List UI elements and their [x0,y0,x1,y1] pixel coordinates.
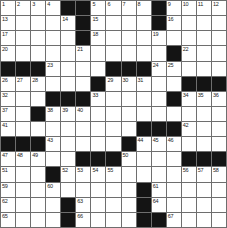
white-cell[interactable] [182,107,196,121]
clue-number: 42 [183,122,189,128]
white-cell[interactable] [122,213,136,227]
white-cell[interactable] [152,152,166,166]
clue-number: 2 [17,1,20,7]
white-cell[interactable]: 7 [122,1,136,15]
white-cell[interactable]: 60 [46,183,60,197]
white-cell[interactable] [76,137,90,151]
white-cell[interactable]: 9 [167,1,181,15]
white-cell[interactable] [106,122,120,136]
white-cell[interactable]: 56 [182,167,196,181]
white-cell[interactable] [182,16,196,30]
white-cell[interactable] [122,107,136,121]
white-cell[interactable]: 57 [197,167,211,181]
white-cell[interactable] [152,77,166,91]
clue-number: 7 [123,1,126,7]
clue-number: 17 [2,31,8,37]
white-cell[interactable] [46,198,60,212]
clue-number: 23 [47,62,53,68]
clue-number: 36 [213,92,219,98]
white-cell[interactable]: 20 [1,46,15,60]
white-cell[interactable] [197,16,211,30]
white-cell[interactable]: 39 [61,107,75,121]
white-cell[interactable] [167,152,181,166]
black-cell [76,16,90,30]
white-cell[interactable]: 21 [76,46,90,60]
white-cell[interactable] [31,122,45,136]
clue-number: 11 [198,1,203,7]
black-cell [106,152,120,166]
white-cell[interactable] [137,46,151,60]
black-cell [61,213,75,227]
white-cell[interactable] [61,31,75,45]
clue-number: 26 [2,77,8,83]
black-cell [197,152,211,166]
white-cell[interactable] [122,31,136,45]
white-cell[interactable] [197,183,211,197]
clue-number: 67 [168,213,174,219]
white-cell[interactable]: 19 [152,31,166,45]
clue-number: 65 [2,213,8,219]
black-cell [137,122,151,136]
white-cell[interactable]: 2 [16,1,30,15]
white-cell[interactable] [167,31,181,45]
white-cell[interactable]: 47 [1,152,15,166]
white-cell[interactable]: 45 [152,137,166,151]
white-cell[interactable] [197,137,211,151]
white-cell[interactable]: 67 [167,213,181,227]
white-cell[interactable]: 63 [76,198,90,212]
black-cell [152,1,166,15]
crossword-grid: 1234567891011121314151617181920212223242… [0,0,227,228]
white-cell[interactable] [167,107,181,121]
white-cell[interactable] [91,62,105,76]
white-cell[interactable] [152,46,166,60]
white-cell[interactable] [46,77,60,91]
white-cell[interactable]: 31 [137,77,151,91]
black-cell [76,92,90,106]
clue-number: 4 [47,1,50,7]
white-cell[interactable] [197,31,211,45]
white-cell[interactable] [61,122,75,136]
white-cell[interactable] [212,137,226,151]
white-cell[interactable] [31,167,45,181]
white-cell[interactable] [61,77,75,91]
white-cell[interactable] [197,122,211,136]
black-cell [91,152,105,166]
clue-number: 8 [138,1,141,7]
black-cell [167,122,181,136]
white-cell[interactable]: 46 [167,137,181,151]
clue-number: 53 [77,167,83,173]
clue-number: 6 [107,1,110,7]
white-cell[interactable] [182,62,196,76]
white-cell[interactable]: 26 [1,77,15,91]
white-cell[interactable] [137,31,151,45]
white-cell[interactable] [31,31,45,45]
white-cell[interactable]: 65 [1,213,15,227]
white-cell[interactable] [122,183,136,197]
clue-number: 59 [2,183,8,189]
white-cell[interactable] [152,107,166,121]
white-cell[interactable] [16,167,30,181]
white-cell[interactable]: 38 [46,107,60,121]
white-cell[interactable] [76,122,90,136]
clue-number: 46 [168,137,174,143]
clue-number: 24 [153,62,159,68]
clue-number: 60 [47,183,53,189]
white-cell[interactable] [76,62,90,76]
white-cell[interactable] [16,122,30,136]
white-cell[interactable]: 51 [1,167,15,181]
clue-number: 56 [183,167,189,173]
white-cell[interactable]: 23 [46,62,60,76]
white-cell[interactable]: 8 [137,1,151,15]
clue-number: 10 [183,1,189,7]
white-cell[interactable] [212,62,226,76]
white-cell[interactable] [91,183,105,197]
white-cell[interactable] [31,213,45,227]
white-cell[interactable]: 36 [212,92,226,106]
black-cell [46,92,60,106]
white-cell[interactable]: 3 [31,1,45,15]
clue-number: 64 [153,198,159,204]
black-cell [16,137,30,151]
white-cell[interactable] [91,107,105,121]
black-cell [152,213,166,227]
white-cell[interactable]: 25 [167,62,181,76]
white-cell[interactable] [182,31,196,45]
white-cell[interactable]: 15 [91,16,105,30]
clue-number: 62 [2,198,8,204]
white-cell[interactable]: 13 [1,16,15,30]
white-cell[interactable]: 58 [212,167,226,181]
white-cell[interactable] [31,92,45,106]
clue-number: 54 [92,167,98,173]
white-cell[interactable]: 5 [91,1,105,15]
white-cell[interactable] [167,198,181,212]
clue-number: 18 [92,31,98,37]
white-cell[interactable]: 49 [31,152,45,166]
clue-number: 30 [123,77,129,83]
white-cell[interactable]: 52 [61,167,75,181]
black-cell [167,46,181,60]
white-cell[interactable] [197,62,211,76]
white-cell[interactable] [137,167,151,181]
clue-number: 5 [92,1,95,7]
white-cell[interactable] [212,107,226,121]
clue-number: 1 [2,1,5,7]
white-cell[interactable]: 1 [1,1,15,15]
white-cell[interactable] [182,137,196,151]
white-cell[interactable]: 33 [91,92,105,106]
white-cell[interactable]: 41 [1,122,15,136]
white-cell[interactable]: 54 [91,167,105,181]
clue-number: 63 [77,198,83,204]
white-cell[interactable] [122,46,136,60]
white-cell[interactable] [46,16,60,30]
white-cell[interactable] [212,31,226,45]
white-cell[interactable] [152,92,166,106]
clue-number: 58 [213,167,219,173]
white-cell[interactable] [76,77,90,91]
white-cell[interactable] [76,183,90,197]
black-cell [122,62,136,76]
white-cell[interactable] [122,92,136,106]
white-cell[interactable] [91,213,105,227]
white-cell[interactable]: 11 [197,1,211,15]
black-cell [76,1,90,15]
white-cell[interactable] [106,92,120,106]
white-cell[interactable]: 32 [1,92,15,106]
white-cell[interactable] [167,77,181,91]
black-cell [76,152,90,166]
white-cell[interactable]: 37 [1,107,15,121]
clue-number: 12 [213,1,219,7]
white-cell[interactable] [137,107,151,121]
black-cell [31,137,45,151]
clue-number: 40 [77,107,83,113]
white-cell[interactable] [106,107,120,121]
white-cell[interactable] [137,92,151,106]
clue-number: 61 [153,183,159,189]
clue-number: 47 [2,152,8,158]
clue-number: 38 [47,107,53,113]
white-cell[interactable]: 40 [76,107,90,121]
black-cell [1,137,15,151]
white-cell[interactable] [106,183,120,197]
white-cell[interactable] [106,198,120,212]
white-cell[interactable]: 27 [16,77,30,91]
white-cell[interactable] [122,16,136,30]
black-cell [137,213,151,227]
white-cell[interactable] [167,183,181,197]
clue-number: 52 [62,167,68,173]
white-cell[interactable] [182,183,196,197]
black-cell [167,92,181,106]
black-cell [31,107,45,121]
white-cell[interactable] [137,16,151,30]
black-cell [76,31,90,45]
white-cell[interactable] [16,92,30,106]
clue-number: 25 [168,62,174,68]
clue-number: 14 [62,16,68,22]
white-cell[interactable]: 30 [122,77,136,91]
white-cell[interactable] [182,198,196,212]
clue-number: 28 [32,77,38,83]
black-cell [46,167,60,181]
white-cell[interactable]: 64 [152,198,166,212]
clue-number: 31 [138,77,144,83]
white-cell[interactable] [91,137,105,151]
white-cell[interactable]: 22 [182,46,196,60]
white-cell[interactable] [212,198,226,212]
clue-number: 19 [153,31,159,37]
black-cell [212,152,226,166]
clue-number: 21 [77,46,83,52]
clue-number: 57 [198,167,204,173]
clue-number: 48 [17,152,23,158]
white-cell[interactable] [61,137,75,151]
white-cell[interactable] [16,213,30,227]
clue-number: 27 [17,77,23,83]
white-cell[interactable] [31,46,45,60]
white-cell[interactable] [46,152,60,166]
clue-number: 44 [138,137,144,143]
white-cell[interactable] [46,122,60,136]
white-cell[interactable] [212,16,226,30]
black-cell [61,92,75,106]
white-cell[interactable] [31,198,45,212]
black-cell [182,77,196,91]
white-cell[interactable]: 42 [182,122,196,136]
white-cell[interactable] [61,46,75,60]
white-cell[interactable]: 44 [137,137,151,151]
white-cell[interactable] [122,167,136,181]
white-cell[interactable]: 66 [76,213,90,227]
white-cell[interactable] [46,46,60,60]
white-cell[interactable] [106,31,120,45]
white-cell[interactable] [16,107,30,121]
white-cell[interactable] [106,46,120,60]
white-cell[interactable] [197,198,211,212]
white-cell[interactable] [212,183,226,197]
white-cell[interactable] [197,213,211,227]
black-cell [16,62,30,76]
white-cell[interactable] [197,107,211,121]
white-cell[interactable]: 16 [167,16,181,30]
clue-number: 51 [2,167,8,173]
clue-number: 43 [47,137,53,143]
white-cell[interactable] [122,122,136,136]
black-cell [182,152,196,166]
clue-number: 41 [2,122,8,128]
clue-number: 29 [107,77,113,83]
white-cell[interactable]: 55 [106,167,120,181]
clue-number: 16 [168,16,174,22]
white-cell[interactable]: 14 [61,16,75,30]
black-cell [61,198,75,212]
white-cell[interactable]: 4 [46,1,60,15]
white-cell[interactable]: 59 [1,183,15,197]
white-cell[interactable] [61,183,75,197]
white-cell[interactable] [122,198,136,212]
white-cell[interactable] [182,213,196,227]
white-cell[interactable]: 6 [106,1,120,15]
clue-number: 13 [2,16,8,22]
white-cell[interactable] [16,16,30,30]
white-cell[interactable] [91,46,105,60]
white-cell[interactable] [106,16,120,30]
black-cell [152,16,166,30]
black-cell [91,77,105,91]
black-cell [212,77,226,91]
white-cell[interactable]: 61 [152,183,166,197]
white-cell[interactable] [106,213,120,227]
white-cell[interactable]: 35 [197,92,211,106]
clue-number: 35 [198,92,204,98]
white-cell[interactable] [16,46,30,60]
white-cell[interactable] [106,137,120,151]
clue-number: 33 [92,92,98,98]
white-cell[interactable] [212,46,226,60]
white-cell[interactable] [61,152,75,166]
white-cell[interactable] [46,31,60,45]
clue-number: 22 [183,46,189,52]
white-cell[interactable] [212,122,226,136]
black-cell [31,62,45,76]
white-cell[interactable] [167,167,181,181]
white-cell[interactable] [31,183,45,197]
white-cell[interactable]: 17 [1,31,15,45]
black-cell [152,122,166,136]
black-cell [1,62,15,76]
white-cell[interactable] [61,62,75,76]
clue-number: 15 [92,16,98,22]
white-cell[interactable]: 18 [91,31,105,45]
black-cell [137,183,151,197]
clue-number: 34 [183,92,189,98]
clue-number: 3 [32,1,35,7]
black-cell [197,77,211,91]
clue-number: 49 [32,152,38,158]
white-cell[interactable]: 24 [152,62,166,76]
clue-number: 9 [168,1,171,7]
clue-number: 45 [153,137,159,143]
white-cell[interactable]: 10 [182,1,196,15]
white-cell[interactable] [31,16,45,30]
white-cell[interactable]: 12 [212,1,226,15]
black-cell [137,198,151,212]
white-cell[interactable]: 43 [46,137,60,151]
white-cell[interactable]: 50 [122,152,136,166]
white-cell[interactable] [91,122,105,136]
clue-number: 55 [107,167,113,173]
white-cell[interactable]: 48 [16,152,30,166]
white-cell[interactable]: 53 [76,167,90,181]
clue-number: 50 [123,152,129,158]
clue-number: 32 [2,92,8,98]
black-cell [61,1,75,15]
black-cell [106,62,120,76]
clue-number: 20 [2,46,8,52]
white-cell[interactable]: 62 [1,198,15,212]
white-cell[interactable] [152,167,166,181]
white-cell[interactable] [91,198,105,212]
black-cell [137,62,151,76]
white-cell[interactable]: 29 [106,77,120,91]
white-cell[interactable] [16,198,30,212]
white-cell[interactable]: 34 [182,92,196,106]
white-cell[interactable] [16,31,30,45]
white-cell[interactable]: 28 [31,77,45,91]
white-cell[interactable] [212,213,226,227]
clue-number: 39 [62,107,68,113]
white-cell[interactable] [46,213,60,227]
white-cell[interactable] [16,183,30,197]
white-cell[interactable] [197,46,211,60]
clue-number: 66 [77,213,83,219]
clue-number: 37 [2,107,8,113]
black-cell [122,137,136,151]
white-cell[interactable] [137,152,151,166]
